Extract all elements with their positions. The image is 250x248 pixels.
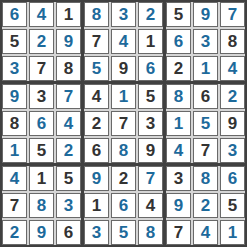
cell-r9c3[interactable]: 6 (56, 220, 81, 245)
cell-r6c2[interactable]: 5 (29, 138, 54, 163)
cell-r6c1[interactable]: 1 (2, 138, 27, 163)
cell-r2c7[interactable]: 6 (166, 29, 191, 54)
cell-r7c3[interactable]: 5 (56, 166, 81, 191)
cell-r8c1[interactable]: 7 (2, 193, 27, 218)
cell-r8c8[interactable]: 2 (193, 193, 218, 218)
cell-r4c4[interactable]: 4 (84, 84, 109, 109)
cell-r1c8[interactable]: 9 (193, 2, 218, 27)
box-1: 641529378 (2, 2, 81, 81)
cell-r7c7[interactable]: 3 (166, 166, 191, 191)
cell-r9c6[interactable]: 8 (138, 220, 163, 245)
box-9: 386925741 (166, 166, 245, 245)
box-8: 927164358 (84, 166, 163, 245)
cell-r7c2[interactable]: 1 (29, 166, 54, 191)
cell-r4c6[interactable]: 5 (138, 84, 163, 109)
cell-r5c3[interactable]: 4 (56, 111, 81, 136)
cell-r1c4[interactable]: 8 (84, 2, 109, 27)
cell-r5c9[interactable]: 9 (220, 111, 245, 136)
cell-r3c2[interactable]: 7 (29, 56, 54, 81)
cell-r9c5[interactable]: 5 (111, 220, 136, 245)
cell-r4c7[interactable]: 8 (166, 84, 191, 109)
box-5: 415273689 (84, 84, 163, 163)
cell-r2c5[interactable]: 4 (111, 29, 136, 54)
cell-r4c1[interactable]: 9 (2, 84, 27, 109)
cell-r1c6[interactable]: 2 (138, 2, 163, 27)
cell-r6c3[interactable]: 2 (56, 138, 81, 163)
cell-r2c9[interactable]: 8 (220, 29, 245, 54)
cell-r6c4[interactable]: 6 (84, 138, 109, 163)
cell-r9c1[interactable]: 2 (2, 220, 27, 245)
sudoku-board: 6415293788327415965976382149378641524152… (0, 0, 247, 247)
cell-r4c3[interactable]: 7 (56, 84, 81, 109)
cell-r2c1[interactable]: 5 (2, 29, 27, 54)
cell-r2c3[interactable]: 9 (56, 29, 81, 54)
cell-r1c7[interactable]: 5 (166, 2, 191, 27)
cell-r3c8[interactable]: 1 (193, 56, 218, 81)
box-4: 937864152 (2, 84, 81, 163)
cell-r6c9[interactable]: 3 (220, 138, 245, 163)
cell-r4c2[interactable]: 3 (29, 84, 54, 109)
box-3: 597638214 (166, 2, 245, 81)
cell-r7c9[interactable]: 6 (220, 166, 245, 191)
cell-r5c1[interactable]: 8 (2, 111, 27, 136)
cell-r8c9[interactable]: 5 (220, 193, 245, 218)
cell-r3c6[interactable]: 6 (138, 56, 163, 81)
cell-r3c4[interactable]: 5 (84, 56, 109, 81)
cell-r9c2[interactable]: 9 (29, 220, 54, 245)
cell-r3c1[interactable]: 3 (2, 56, 27, 81)
box-7: 415783296 (2, 166, 81, 245)
cell-r4c8[interactable]: 6 (193, 84, 218, 109)
cell-r8c5[interactable]: 6 (111, 193, 136, 218)
box-6: 862159473 (166, 84, 245, 163)
cell-r5c5[interactable]: 7 (111, 111, 136, 136)
cell-r9c4[interactable]: 3 (84, 220, 109, 245)
cell-r1c3[interactable]: 1 (56, 2, 81, 27)
cell-r6c5[interactable]: 8 (111, 138, 136, 163)
cell-r2c2[interactable]: 2 (29, 29, 54, 54)
cell-r2c4[interactable]: 7 (84, 29, 109, 54)
cell-r7c6[interactable]: 7 (138, 166, 163, 191)
cell-r6c7[interactable]: 4 (166, 138, 191, 163)
cell-r2c8[interactable]: 3 (193, 29, 218, 54)
cell-r3c9[interactable]: 4 (220, 56, 245, 81)
cell-r1c5[interactable]: 3 (111, 2, 136, 27)
cell-r4c5[interactable]: 1 (111, 84, 136, 109)
cell-r3c3[interactable]: 8 (56, 56, 81, 81)
cell-r7c4[interactable]: 9 (84, 166, 109, 191)
cell-r9c8[interactable]: 4 (193, 220, 218, 245)
cell-r2c6[interactable]: 1 (138, 29, 163, 54)
cell-r7c1[interactable]: 4 (2, 166, 27, 191)
cell-r5c8[interactable]: 5 (193, 111, 218, 136)
cell-r5c7[interactable]: 1 (166, 111, 191, 136)
cell-r8c2[interactable]: 8 (29, 193, 54, 218)
cell-r6c6[interactable]: 9 (138, 138, 163, 163)
cell-r9c7[interactable]: 7 (166, 220, 191, 245)
cell-r6c8[interactable]: 7 (193, 138, 218, 163)
cell-r8c6[interactable]: 4 (138, 193, 163, 218)
cell-r9c9[interactable]: 1 (220, 220, 245, 245)
cell-r3c7[interactable]: 2 (166, 56, 191, 81)
cell-r3c5[interactable]: 9 (111, 56, 136, 81)
cell-r1c9[interactable]: 7 (220, 2, 245, 27)
cell-r5c6[interactable]: 3 (138, 111, 163, 136)
cell-r8c7[interactable]: 9 (166, 193, 191, 218)
cell-r5c2[interactable]: 6 (29, 111, 54, 136)
cell-r5c4[interactable]: 2 (84, 111, 109, 136)
cell-r1c1[interactable]: 6 (2, 2, 27, 27)
cell-r1c2[interactable]: 4 (29, 2, 54, 27)
cell-r8c4[interactable]: 1 (84, 193, 109, 218)
cell-r7c8[interactable]: 8 (193, 166, 218, 191)
cell-r7c5[interactable]: 2 (111, 166, 136, 191)
cell-r4c9[interactable]: 2 (220, 84, 245, 109)
cell-r8c3[interactable]: 3 (56, 193, 81, 218)
box-2: 832741596 (84, 2, 163, 81)
